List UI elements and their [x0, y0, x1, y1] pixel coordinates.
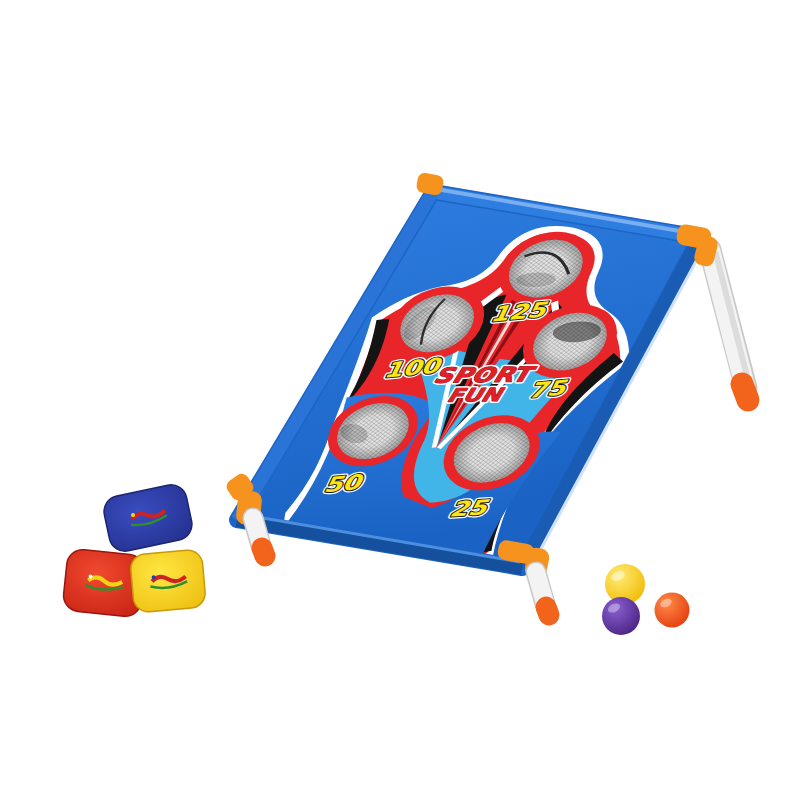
- front-right-leg: [536, 572, 549, 615]
- ball-purple: [602, 597, 640, 635]
- front-left-foot-cap: [262, 548, 265, 556]
- bean-bag-yellow: [130, 549, 207, 613]
- front-left-leg: [253, 518, 265, 556]
- bean-bag-toss-product: 125 125 100 100 75 75 50 50 25 25: [0, 0, 800, 800]
- product-photo: 125 125 100 100 75 75 50 50 25 25: [0, 0, 800, 800]
- front-right-foot-cap: [546, 607, 549, 615]
- ball-orange: [655, 593, 690, 628]
- brand-line2: FUN: [445, 384, 507, 406]
- rear-leg-foot-cap: [742, 384, 748, 400]
